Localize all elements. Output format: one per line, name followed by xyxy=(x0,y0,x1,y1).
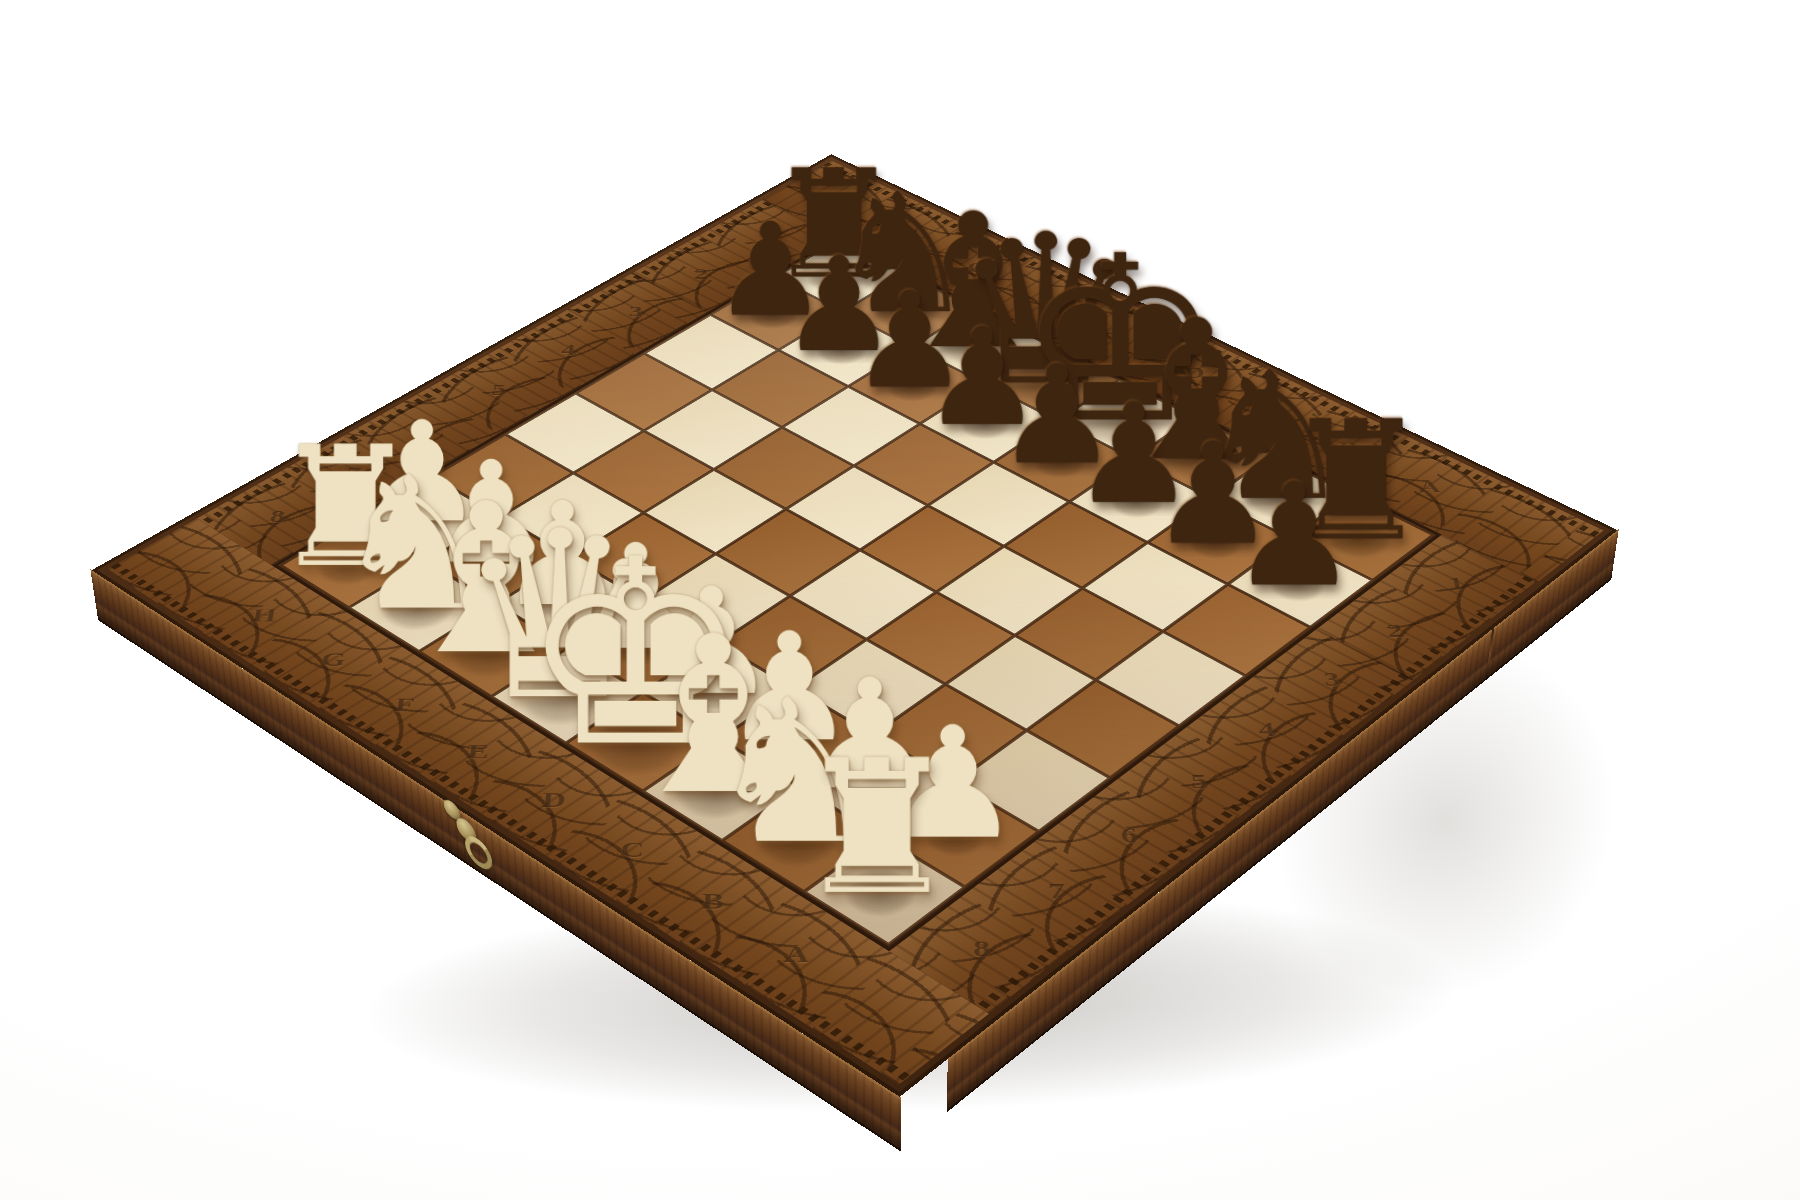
brass-latch-ring xyxy=(464,830,493,875)
piece-black-pawn-h7[interactable]: ♟ xyxy=(1231,465,1358,607)
piece-white-rook-h1[interactable]: ♜ xyxy=(794,736,960,921)
carved-coordinate-label: 4 xyxy=(1257,718,1276,741)
carved-coordinate-label: 1 xyxy=(1447,573,1466,594)
carved-coordinate-label: 5 xyxy=(1190,770,1209,794)
carved-coordinate-label: F xyxy=(393,693,416,716)
chess-board: 1234567812345678HGFEDCBAHGFEDCBA♜♞♟♝♟♛♟♚… xyxy=(92,154,1618,1097)
carved-coordinate-label: 3 xyxy=(628,303,643,320)
scene: 1234567812345678HGFEDCBAHGFEDCBA♜♞♟♝♟♛♟♚… xyxy=(0,0,1800,1200)
carved-coordinate-label: 7 xyxy=(1048,878,1066,904)
carved-coordinate-label: H xyxy=(250,605,278,626)
carved-coordinate-label: B xyxy=(701,888,725,914)
case-half-joint xyxy=(1486,627,1495,680)
carved-coordinate-label: D xyxy=(541,788,567,812)
photo-backdrop: 1234567812345678HGFEDCBAHGFEDCBA♜♞♟♝♟♛♟♚… xyxy=(0,0,1800,1200)
carved-coordinate-label: 8 xyxy=(973,935,991,962)
carved-coordinate-label: C xyxy=(619,837,645,862)
carved-coordinate-label: G xyxy=(320,648,348,670)
carved-coordinate-label: E xyxy=(466,740,490,763)
carved-coordinate-label: 2 xyxy=(694,266,709,283)
carved-coordinate-label: A xyxy=(784,941,809,968)
carved-coordinate-label: 6 xyxy=(1120,823,1139,848)
carved-coordinate-label: 4 xyxy=(560,341,576,359)
brass-latch-icon xyxy=(440,793,487,864)
carved-coordinate-label: 5 xyxy=(491,381,508,399)
